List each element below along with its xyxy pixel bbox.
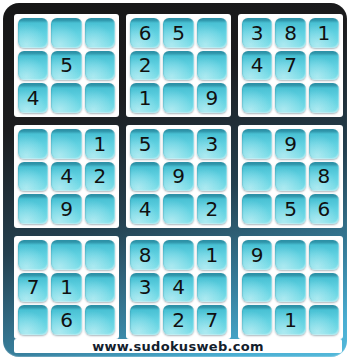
- sudoku-cell-r6c6[interactable]: 2: [197, 194, 227, 224]
- sudoku-cell-r1c6[interactable]: [197, 18, 227, 48]
- sudoku-cell-r5c6[interactable]: [197, 162, 227, 192]
- sudoku-cell-r1c3[interactable]: [85, 18, 115, 48]
- sudoku-cell-r2c1[interactable]: [18, 51, 48, 81]
- sudoku-block-0-0: 54: [14, 14, 119, 117]
- sudoku-cell-r4c6[interactable]: 3: [197, 129, 227, 159]
- sudoku-cell-r7c2[interactable]: [51, 240, 81, 270]
- sudoku-cell-r4c5[interactable]: [163, 129, 193, 159]
- sudoku-cell-r3c8[interactable]: [275, 83, 305, 113]
- sudoku-cell-r6c5[interactable]: [163, 194, 193, 224]
- sudoku-cell-r1c4[interactable]: 6: [130, 18, 160, 48]
- sudoku-cell-r7c1[interactable]: [18, 240, 48, 270]
- sudoku-cell-r2c3[interactable]: [85, 51, 115, 81]
- sudoku-cell-r5c1[interactable]: [18, 162, 48, 192]
- sudoku-cell-r7c5[interactable]: [163, 240, 193, 270]
- sudoku-cell-r8c8[interactable]: [275, 273, 305, 303]
- sudoku-cell-r6c2[interactable]: 9: [51, 194, 81, 224]
- sudoku-cell-r9c1[interactable]: [18, 305, 48, 335]
- sudoku-block-1-1: 53942: [126, 125, 231, 228]
- sudoku-cell-r9c5[interactable]: 2: [163, 305, 193, 335]
- sudoku-cell-r9c6[interactable]: 7: [197, 305, 227, 335]
- sudoku-cell-r1c1[interactable]: [18, 18, 48, 48]
- sudoku-grid: 546521938147142953942985671681342791: [14, 14, 343, 339]
- sudoku-cell-r7c6[interactable]: 1: [197, 240, 227, 270]
- sudoku-cell-r3c5[interactable]: [163, 83, 193, 113]
- sudoku-cell-r5c3[interactable]: 2: [85, 162, 115, 192]
- sudoku-board: 546521938147142953942985671681342791 www…: [3, 3, 347, 357]
- sudoku-block-0-1: 65219: [126, 14, 231, 117]
- sudoku-cell-r5c4[interactable]: [130, 162, 160, 192]
- sudoku-cell-r7c3[interactable]: [85, 240, 115, 270]
- sudoku-cell-r5c9[interactable]: 8: [309, 162, 339, 192]
- sudoku-cell-r1c5[interactable]: 5: [163, 18, 193, 48]
- sudoku-cell-r8c6[interactable]: [197, 273, 227, 303]
- sudoku-cell-r2c5[interactable]: [163, 51, 193, 81]
- footer-banner: www.sudokusweb.com: [14, 339, 342, 353]
- website-url[interactable]: www.sudokusweb.com: [92, 339, 264, 354]
- sudoku-cell-r9c7[interactable]: [242, 305, 272, 335]
- sudoku-cell-r9c9[interactable]: [309, 305, 339, 335]
- sudoku-cell-r7c8[interactable]: [275, 240, 305, 270]
- sudoku-cell-r2c8[interactable]: 7: [275, 51, 305, 81]
- sudoku-cell-r4c1[interactable]: [18, 129, 48, 159]
- sudoku-cell-r7c4[interactable]: 8: [130, 240, 160, 270]
- sudoku-cell-r8c9[interactable]: [309, 273, 339, 303]
- sudoku-cell-r3c6[interactable]: 9: [197, 83, 227, 113]
- sudoku-cell-r1c8[interactable]: 8: [275, 18, 305, 48]
- sudoku-cell-r4c8[interactable]: 9: [275, 129, 305, 159]
- sudoku-cell-r6c9[interactable]: 6: [309, 194, 339, 224]
- sudoku-cell-r8c4[interactable]: 3: [130, 273, 160, 303]
- sudoku-cell-r4c2[interactable]: [51, 129, 81, 159]
- sudoku-cell-r2c6[interactable]: [197, 51, 227, 81]
- sudoku-cell-r6c1[interactable]: [18, 194, 48, 224]
- sudoku-cell-r5c2[interactable]: 4: [51, 162, 81, 192]
- sudoku-cell-r9c3[interactable]: [85, 305, 115, 335]
- sudoku-cell-r5c8[interactable]: [275, 162, 305, 192]
- sudoku-cell-r3c2[interactable]: [51, 83, 81, 113]
- sudoku-cell-r2c2[interactable]: 5: [51, 51, 81, 81]
- sudoku-cell-r7c9[interactable]: [309, 240, 339, 270]
- sudoku-cell-r4c4[interactable]: 5: [130, 129, 160, 159]
- sudoku-cell-r9c8[interactable]: 1: [275, 305, 305, 335]
- sudoku-block-2-2: 91: [238, 236, 343, 339]
- sudoku-cell-r1c7[interactable]: 3: [242, 18, 272, 48]
- sudoku-cell-r3c4[interactable]: 1: [130, 83, 160, 113]
- sudoku-cell-r3c1[interactable]: 4: [18, 83, 48, 113]
- sudoku-cell-r4c9[interactable]: [309, 129, 339, 159]
- sudoku-cell-r4c3[interactable]: 1: [85, 129, 115, 159]
- sudoku-cell-r2c7[interactable]: 4: [242, 51, 272, 81]
- sudoku-cell-r9c4[interactable]: [130, 305, 160, 335]
- sudoku-cell-r3c3[interactable]: [85, 83, 115, 113]
- sudoku-block-2-1: 813427: [126, 236, 231, 339]
- sudoku-cell-r2c9[interactable]: [309, 51, 339, 81]
- sudoku-cell-r6c3[interactable]: [85, 194, 115, 224]
- sudoku-block-0-2: 38147: [238, 14, 343, 117]
- sudoku-cell-r8c3[interactable]: [85, 273, 115, 303]
- sudoku-cell-r4c7[interactable]: [242, 129, 272, 159]
- sudoku-cell-r8c7[interactable]: [242, 273, 272, 303]
- sudoku-block-2-0: 716: [14, 236, 119, 339]
- sudoku-cell-r9c2[interactable]: 6: [51, 305, 81, 335]
- sudoku-cell-r7c7[interactable]: 9: [242, 240, 272, 270]
- sudoku-cell-r1c9[interactable]: 1: [309, 18, 339, 48]
- sudoku-cell-r5c5[interactable]: 9: [163, 162, 193, 192]
- sudoku-cell-r6c8[interactable]: 5: [275, 194, 305, 224]
- sudoku-cell-r1c2[interactable]: [51, 18, 81, 48]
- sudoku-cell-r8c1[interactable]: 7: [18, 273, 48, 303]
- sudoku-block-1-0: 1429: [14, 125, 119, 228]
- sudoku-cell-r5c7[interactable]: [242, 162, 272, 192]
- sudoku-cell-r8c2[interactable]: 1: [51, 273, 81, 303]
- sudoku-block-1-2: 9856: [238, 125, 343, 228]
- sudoku-cell-r8c5[interactable]: 4: [163, 273, 193, 303]
- sudoku-cell-r3c7[interactable]: [242, 83, 272, 113]
- sudoku-cell-r6c7[interactable]: [242, 194, 272, 224]
- sudoku-cell-r6c4[interactable]: 4: [130, 194, 160, 224]
- sudoku-cell-r3c9[interactable]: [309, 83, 339, 113]
- sudoku-cell-r2c4[interactable]: 2: [130, 51, 160, 81]
